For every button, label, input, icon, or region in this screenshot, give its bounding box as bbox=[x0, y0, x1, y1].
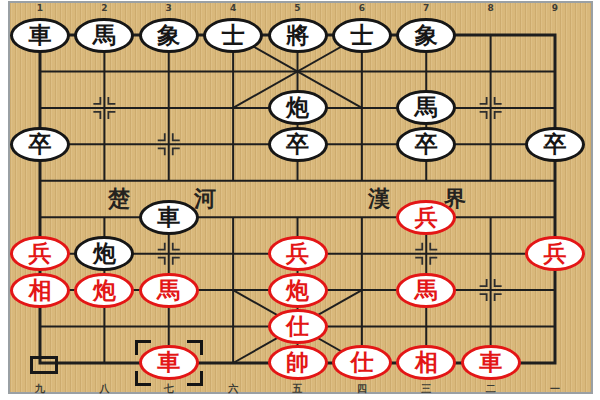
piece-red-general[interactable]: 帥 bbox=[268, 345, 328, 380]
bracket-corner bbox=[135, 371, 151, 386]
bracket-corner bbox=[135, 340, 151, 355]
piece-black-cannon[interactable]: 炮 bbox=[74, 236, 134, 271]
piece-red-soldier[interactable]: 兵 bbox=[10, 236, 70, 271]
piece-black-soldier[interactable]: 卒 bbox=[268, 127, 328, 162]
piece-black-advisor[interactable]: 士 bbox=[203, 18, 263, 53]
piece-red-horse[interactable]: 馬 bbox=[396, 273, 456, 308]
selected-piece-brackets bbox=[135, 340, 203, 386]
piece-red-elephant[interactable]: 相 bbox=[10, 273, 70, 308]
piece-black-soldier[interactable]: 卒 bbox=[396, 127, 456, 162]
bracket-corner bbox=[187, 371, 203, 386]
piece-red-soldier[interactable]: 兵 bbox=[396, 200, 456, 235]
piece-black-chariot[interactable]: 車 bbox=[10, 18, 70, 53]
piece-black-horse[interactable]: 馬 bbox=[74, 18, 134, 53]
piece-black-advisor[interactable]: 士 bbox=[332, 18, 392, 53]
piece-black-elephant[interactable]: 象 bbox=[396, 18, 456, 53]
bracket-corner bbox=[187, 340, 203, 355]
piece-red-elephant[interactable]: 相 bbox=[396, 345, 456, 380]
piece-black-general[interactable]: 將 bbox=[268, 18, 328, 53]
piece-black-cannon[interactable]: 炮 bbox=[268, 90, 328, 125]
piece-red-advisor[interactable]: 仕 bbox=[268, 309, 328, 344]
piece-red-cannon[interactable]: 炮 bbox=[74, 273, 134, 308]
piece-red-chariot[interactable]: 車 bbox=[461, 345, 521, 380]
piece-layer: 車馬象士將士象炮馬卒卒卒卒車兵兵炮兵兵相炮馬炮馬仕車帥仕相車 bbox=[0, 0, 600, 400]
piece-red-cannon[interactable]: 炮 bbox=[268, 273, 328, 308]
piece-red-soldier[interactable]: 兵 bbox=[268, 236, 328, 271]
piece-red-horse[interactable]: 馬 bbox=[139, 273, 199, 308]
piece-red-advisor[interactable]: 仕 bbox=[332, 345, 392, 380]
xiangqi-app: 123456789 九八七六五四三二一 楚 河 漢 界 車馬象士將士象炮馬卒卒卒… bbox=[0, 0, 600, 400]
piece-red-soldier[interactable]: 兵 bbox=[525, 236, 585, 271]
piece-black-elephant[interactable]: 象 bbox=[139, 18, 199, 53]
piece-black-soldier[interactable]: 卒 bbox=[525, 127, 585, 162]
piece-black-horse[interactable]: 馬 bbox=[396, 90, 456, 125]
piece-black-soldier[interactable]: 卒 bbox=[10, 127, 70, 162]
piece-black-chariot[interactable]: 車 bbox=[139, 200, 199, 235]
